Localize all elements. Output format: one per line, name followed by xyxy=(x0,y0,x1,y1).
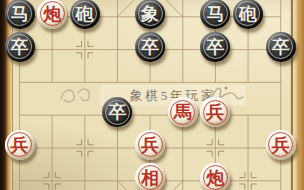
piece-character: 卒 xyxy=(272,38,290,56)
piece-character: 兵 xyxy=(141,136,159,154)
piece-black-cannon[interactable]: 砲 xyxy=(233,0,263,29)
piece-red-elephant[interactable]: 相 xyxy=(135,163,165,190)
piece-red-cannon[interactable]: 炮 xyxy=(37,0,67,29)
piece-character: 兵 xyxy=(272,136,290,154)
piece-red-pawn[interactable]: 兵 xyxy=(266,130,296,160)
piece-black-horse[interactable]: 马 xyxy=(200,0,230,29)
piece-character: 卒 xyxy=(108,103,126,121)
piece-character: 砲 xyxy=(76,5,94,23)
piece-character: 卒 xyxy=(11,38,29,56)
piece-grid: 马炮砲象马砲卒卒卒卒卒馬兵兵兵兵相炮 xyxy=(3,0,297,190)
piece-black-pawn[interactable]: 卒 xyxy=(5,32,35,62)
piece-black-elephant[interactable]: 象 xyxy=(135,0,165,29)
piece-black-pawn[interactable]: 卒 xyxy=(102,97,132,127)
piece-black-pawn[interactable]: 卒 xyxy=(200,32,230,62)
piece-character: 马 xyxy=(11,5,29,23)
piece-character: 炮 xyxy=(206,169,224,187)
piece-character: 马 xyxy=(206,5,224,23)
piece-red-pawn[interactable]: 兵 xyxy=(5,130,35,160)
piece-black-cannon[interactable]: 砲 xyxy=(70,0,100,29)
piece-character: 兵 xyxy=(11,136,29,154)
piece-character: 砲 xyxy=(239,5,257,23)
piece-red-horse[interactable]: 馬 xyxy=(168,97,198,127)
piece-black-horse[interactable]: 马 xyxy=(5,0,35,29)
piece-red-pawn[interactable]: 兵 xyxy=(200,97,230,127)
piece-character: 兵 xyxy=(206,103,224,121)
piece-character: 相 xyxy=(141,169,159,187)
piece-red-cannon[interactable]: 炮 xyxy=(200,163,230,190)
piece-black-pawn[interactable]: 卒 xyxy=(266,32,296,62)
xiangqi-board: 象棋5年玩家 马炮砲象马砲卒卒卒卒卒馬兵兵兵兵相炮 xyxy=(0,0,304,190)
piece-black-pawn[interactable]: 卒 xyxy=(135,32,165,62)
piece-character: 卒 xyxy=(141,38,159,56)
piece-character: 象 xyxy=(141,5,159,23)
piece-character: 卒 xyxy=(206,38,224,56)
piece-character: 炮 xyxy=(43,5,61,23)
piece-character: 馬 xyxy=(174,103,192,121)
piece-red-pawn[interactable]: 兵 xyxy=(135,130,165,160)
